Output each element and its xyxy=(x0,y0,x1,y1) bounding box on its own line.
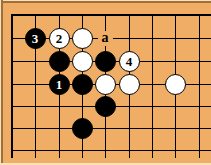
board-edge-line-top xyxy=(11,14,211,16)
black-stone xyxy=(72,118,93,139)
frame-bottom-highlight xyxy=(0,163,211,165)
frame-top-bar xyxy=(0,1,211,3)
white-stone xyxy=(95,74,116,95)
h-grid-line xyxy=(11,128,211,129)
v-grid-line xyxy=(152,14,153,158)
point-label-a: a xyxy=(98,31,113,46)
white-stone xyxy=(72,28,93,49)
frame-left-bar xyxy=(1,0,3,165)
black-stone xyxy=(49,51,70,72)
white-stone xyxy=(165,74,186,95)
black-stone xyxy=(95,51,116,72)
black-stone xyxy=(95,96,116,117)
h-grid-line xyxy=(11,150,211,151)
black-stone-3: 3 xyxy=(25,28,46,49)
white-stone xyxy=(119,74,140,95)
white-stone-2: 2 xyxy=(49,28,70,49)
black-stone xyxy=(72,74,93,95)
go-diagram: a3241 xyxy=(0,0,211,165)
board-edge-line-left xyxy=(11,14,13,158)
white-stone-4: 4 xyxy=(119,51,140,72)
v-grid-line xyxy=(199,14,200,158)
black-stone-1: 1 xyxy=(49,74,70,95)
white-stone xyxy=(72,51,93,72)
